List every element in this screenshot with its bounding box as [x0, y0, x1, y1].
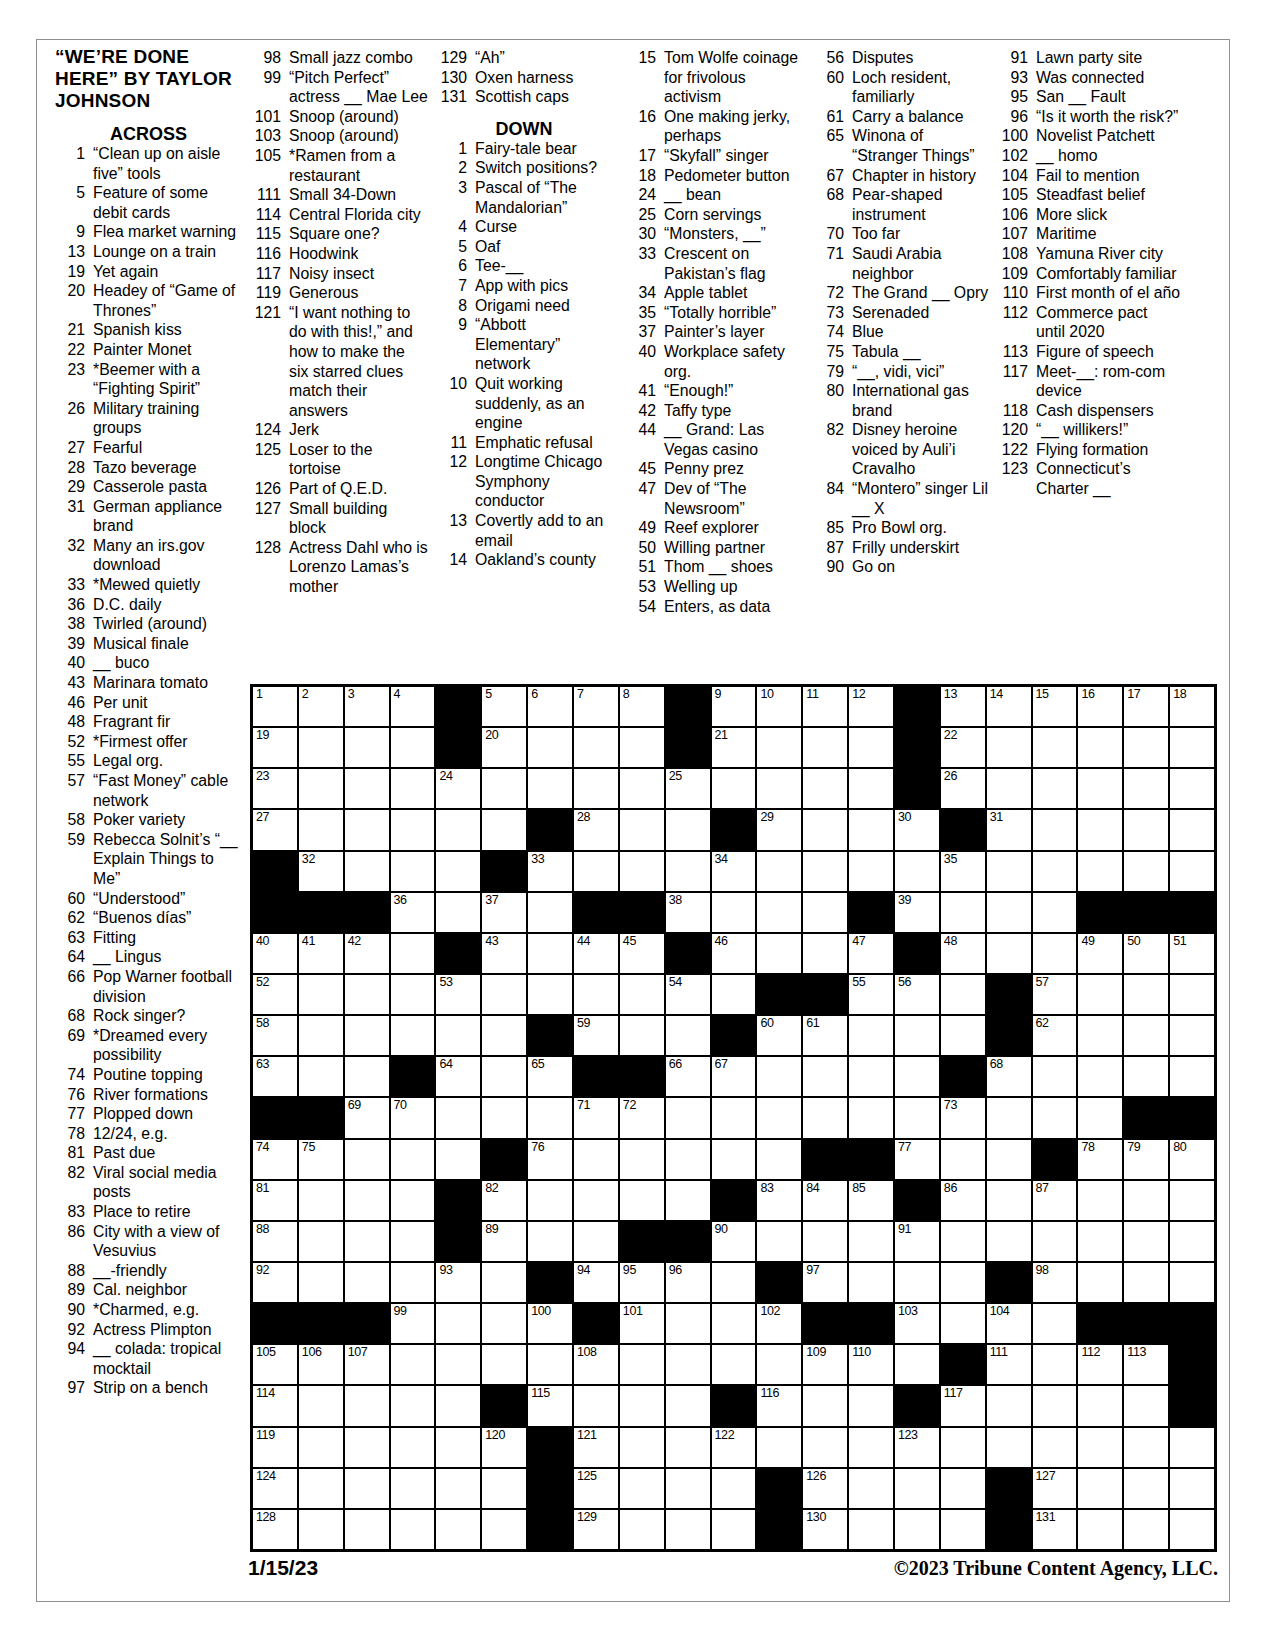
cell-r9-c19[interactable]	[1078, 1016, 1122, 1055]
cell-r14-c2[interactable]	[299, 1222, 343, 1261]
cell-r11-c4[interactable]: 70	[391, 1098, 435, 1137]
cell-r7-c12[interactable]	[757, 934, 801, 973]
cell-r12-c17[interactable]	[987, 1140, 1031, 1179]
cell-r5-c2[interactable]: 32	[299, 852, 343, 891]
cell-r17-c12[interactable]	[757, 1345, 801, 1384]
cell-r3-c4[interactable]	[391, 769, 435, 808]
cell-r9-c13[interactable]: 61	[803, 1016, 847, 1055]
cell-r20-c5[interactable]	[436, 1469, 480, 1508]
cell-r15-c6[interactable]	[482, 1263, 526, 1302]
cell-r10-c1[interactable]: 63	[253, 1057, 297, 1096]
cell-r8-c16[interactable]	[941, 975, 985, 1014]
cell-r12-c8[interactable]	[574, 1140, 618, 1179]
cell-r7-c3[interactable]: 42	[345, 934, 389, 973]
cell-r18-c4[interactable]	[391, 1386, 435, 1425]
cell-r17-c18[interactable]	[1033, 1345, 1077, 1384]
cell-r16-c18[interactable]	[1033, 1304, 1077, 1343]
cell-r20-c13[interactable]: 126	[803, 1469, 847, 1508]
cell-r19-c13[interactable]	[803, 1428, 847, 1467]
cell-r11-c6[interactable]	[482, 1098, 526, 1137]
cell-r9-c10[interactable]	[666, 1016, 710, 1055]
cell-r7-c14[interactable]: 47	[849, 934, 893, 973]
cell-r17-c7[interactable]	[528, 1345, 572, 1384]
cell-r18-c3[interactable]	[345, 1386, 389, 1425]
cell-r8-c18[interactable]: 57	[1033, 975, 1077, 1014]
cell-r9-c1[interactable]: 58	[253, 1016, 297, 1055]
cell-r3-c20[interactable]	[1124, 769, 1168, 808]
cell-r10-c7[interactable]: 65	[528, 1057, 572, 1096]
cell-r4-c2[interactable]	[299, 810, 343, 849]
cell-r6-c15[interactable]: 39	[895, 893, 939, 932]
cell-r20-c8[interactable]: 125	[574, 1469, 618, 1508]
cell-r5-c19[interactable]	[1078, 852, 1122, 891]
cell-r10-c19[interactable]	[1078, 1057, 1122, 1096]
cell-r4-c21[interactable]	[1170, 810, 1214, 849]
cell-r2-c19[interactable]	[1078, 728, 1122, 767]
cell-r5-c10[interactable]	[666, 852, 710, 891]
cell-r3-c17[interactable]	[987, 769, 1031, 808]
cell-r20-c3[interactable]	[345, 1469, 389, 1508]
cell-r19-c12[interactable]	[757, 1428, 801, 1467]
cell-r5-c11[interactable]: 34	[712, 852, 756, 891]
cell-r21-c11[interactable]	[712, 1510, 756, 1549]
cell-r1-c4[interactable]: 4	[391, 687, 435, 726]
cell-r7-c4[interactable]	[391, 934, 435, 973]
cell-r7-c7[interactable]	[528, 934, 572, 973]
cell-r18-c10[interactable]	[666, 1386, 710, 1425]
cell-r4-c10[interactable]	[666, 810, 710, 849]
cell-r2-c3[interactable]	[345, 728, 389, 767]
cell-r6-c16[interactable]	[941, 893, 985, 932]
cell-r8-c20[interactable]	[1124, 975, 1168, 1014]
cell-r13-c3[interactable]	[345, 1181, 389, 1220]
cell-r5-c4[interactable]	[391, 852, 435, 891]
cell-r1-c20[interactable]: 17	[1124, 687, 1168, 726]
cell-r15-c10[interactable]: 96	[666, 1263, 710, 1302]
cell-r2-c8[interactable]	[574, 728, 618, 767]
cell-r7-c13[interactable]	[803, 934, 847, 973]
cell-r7-c16[interactable]: 48	[941, 934, 985, 973]
cell-r1-c7[interactable]: 6	[528, 687, 572, 726]
cell-r2-c12[interactable]	[757, 728, 801, 767]
cell-r9-c4[interactable]	[391, 1016, 435, 1055]
cell-r8-c3[interactable]	[345, 975, 389, 1014]
cell-r19-c5[interactable]	[436, 1428, 480, 1467]
cell-r11-c11[interactable]	[712, 1098, 756, 1137]
cell-r18-c7[interactable]: 115	[528, 1386, 572, 1425]
cell-r2-c6[interactable]: 20	[482, 728, 526, 767]
cell-r11-c12[interactable]	[757, 1098, 801, 1137]
cell-r21-c18[interactable]: 131	[1033, 1510, 1077, 1549]
cell-r1-c9[interactable]: 8	[620, 687, 664, 726]
cell-r6-c10[interactable]: 38	[666, 893, 710, 932]
cell-r4-c18[interactable]	[1033, 810, 1077, 849]
cell-r7-c19[interactable]: 49	[1078, 934, 1122, 973]
cell-r17-c9[interactable]	[620, 1345, 664, 1384]
cell-r12-c19[interactable]: 78	[1078, 1140, 1122, 1179]
cell-r3-c3[interactable]	[345, 769, 389, 808]
cell-r6-c13[interactable]	[803, 893, 847, 932]
cell-r19-c19[interactable]	[1078, 1428, 1122, 1467]
cell-r17-c6[interactable]	[482, 1345, 526, 1384]
cell-r12-c15[interactable]: 77	[895, 1140, 939, 1179]
cell-r2-c4[interactable]	[391, 728, 435, 767]
cell-r11-c3[interactable]: 69	[345, 1098, 389, 1137]
cell-r3-c10[interactable]: 25	[666, 769, 710, 808]
cell-r6-c12[interactable]	[757, 893, 801, 932]
cell-r12-c21[interactable]: 80	[1170, 1140, 1214, 1179]
cell-r15-c9[interactable]: 95	[620, 1263, 664, 1302]
cell-r12-c16[interactable]	[941, 1140, 985, 1179]
cell-r11-c18[interactable]	[1033, 1098, 1077, 1137]
cell-r12-c11[interactable]	[712, 1140, 756, 1179]
cell-r16-c15[interactable]: 103	[895, 1304, 939, 1343]
cell-r14-c1[interactable]: 88	[253, 1222, 297, 1261]
cell-r6-c18[interactable]	[1033, 893, 1077, 932]
cell-r6-c6[interactable]: 37	[482, 893, 526, 932]
cell-r21-c4[interactable]	[391, 1510, 435, 1549]
cell-r21-c6[interactable]	[482, 1510, 526, 1549]
cell-r17-c8[interactable]: 108	[574, 1345, 618, 1384]
cell-r8-c14[interactable]: 55	[849, 975, 893, 1014]
cell-r3-c18[interactable]	[1033, 769, 1077, 808]
cell-r5-c21[interactable]	[1170, 852, 1214, 891]
cell-r9-c14[interactable]	[849, 1016, 893, 1055]
cell-r1-c6[interactable]: 5	[482, 687, 526, 726]
cell-r17-c5[interactable]	[436, 1345, 480, 1384]
cell-r6-c11[interactable]	[712, 893, 756, 932]
cell-r4-c6[interactable]	[482, 810, 526, 849]
cell-r10-c6[interactable]	[482, 1057, 526, 1096]
cell-r5-c17[interactable]	[987, 852, 1031, 891]
cell-r8-c8[interactable]	[574, 975, 618, 1014]
cell-r3-c7[interactable]	[528, 769, 572, 808]
cell-r7-c17[interactable]	[987, 934, 1031, 973]
cell-r1-c19[interactable]: 16	[1078, 687, 1122, 726]
cell-r1-c13[interactable]: 11	[803, 687, 847, 726]
cell-r3-c11[interactable]	[712, 769, 756, 808]
cell-r16-c6[interactable]	[482, 1304, 526, 1343]
cell-r4-c9[interactable]	[620, 810, 664, 849]
cell-r5-c12[interactable]	[757, 852, 801, 891]
cell-r14-c7[interactable]	[528, 1222, 572, 1261]
cell-r9-c6[interactable]	[482, 1016, 526, 1055]
cell-r18-c1[interactable]: 114	[253, 1386, 297, 1425]
cell-r16-c9[interactable]: 101	[620, 1304, 664, 1343]
cell-r16-c11[interactable]	[712, 1304, 756, 1343]
cell-r1-c14[interactable]: 12	[849, 687, 893, 726]
cell-r16-c16[interactable]	[941, 1304, 985, 1343]
cell-r13-c14[interactable]: 85	[849, 1181, 893, 1220]
cell-r8-c1[interactable]: 52	[253, 975, 297, 1014]
cell-r7-c11[interactable]: 46	[712, 934, 756, 973]
cell-r8-c9[interactable]	[620, 975, 664, 1014]
cell-r18-c17[interactable]	[987, 1386, 1031, 1425]
cell-r1-c21[interactable]: 18	[1170, 687, 1214, 726]
cell-r11-c9[interactable]: 72	[620, 1098, 664, 1137]
cell-r9-c12[interactable]: 60	[757, 1016, 801, 1055]
cell-r19-c8[interactable]: 121	[574, 1428, 618, 1467]
cell-r17-c20[interactable]: 113	[1124, 1345, 1168, 1384]
cell-r4-c3[interactable]	[345, 810, 389, 849]
cell-r13-c19[interactable]	[1078, 1181, 1122, 1220]
cell-r8-c5[interactable]: 53	[436, 975, 480, 1014]
cell-r17-c14[interactable]: 110	[849, 1345, 893, 1384]
cell-r14-c18[interactable]	[1033, 1222, 1077, 1261]
cell-r12-c2[interactable]: 75	[299, 1140, 343, 1179]
cell-r5-c14[interactable]	[849, 852, 893, 891]
cell-r13-c9[interactable]	[620, 1181, 664, 1220]
cell-r13-c20[interactable]	[1124, 1181, 1168, 1220]
cell-r19-c2[interactable]	[299, 1428, 343, 1467]
cell-r1-c12[interactable]: 10	[757, 687, 801, 726]
cell-r14-c4[interactable]	[391, 1222, 435, 1261]
cell-r10-c5[interactable]: 64	[436, 1057, 480, 1096]
cell-r2-c7[interactable]	[528, 728, 572, 767]
cell-r20-c18[interactable]: 127	[1033, 1469, 1077, 1508]
cell-r18-c8[interactable]	[574, 1386, 618, 1425]
cell-r8-c4[interactable]	[391, 975, 435, 1014]
cell-r15-c3[interactable]	[345, 1263, 389, 1302]
cell-r19-c4[interactable]	[391, 1428, 435, 1467]
cell-r16-c17[interactable]: 104	[987, 1304, 1031, 1343]
cell-r18-c2[interactable]	[299, 1386, 343, 1425]
cell-r5-c9[interactable]	[620, 852, 664, 891]
cell-r2-c2[interactable]	[299, 728, 343, 767]
cell-r10-c17[interactable]: 68	[987, 1057, 1031, 1096]
cell-r6-c5[interactable]	[436, 893, 480, 932]
cell-r4-c4[interactable]	[391, 810, 435, 849]
cell-r15-c1[interactable]: 92	[253, 1263, 297, 1302]
cell-r21-c3[interactable]	[345, 1510, 389, 1549]
cell-r1-c17[interactable]: 14	[987, 687, 1031, 726]
cell-r19-c10[interactable]	[666, 1428, 710, 1467]
cell-r10-c12[interactable]	[757, 1057, 801, 1096]
cell-r7-c2[interactable]: 41	[299, 934, 343, 973]
cell-r4-c15[interactable]: 30	[895, 810, 939, 849]
cell-r4-c8[interactable]: 28	[574, 810, 618, 849]
cell-r7-c8[interactable]: 44	[574, 934, 618, 973]
cell-r1-c18[interactable]: 15	[1033, 687, 1077, 726]
cell-r4-c19[interactable]	[1078, 810, 1122, 849]
cell-r3-c19[interactable]	[1078, 769, 1122, 808]
cell-r2-c21[interactable]	[1170, 728, 1214, 767]
cell-r2-c20[interactable]	[1124, 728, 1168, 767]
cell-r3-c5[interactable]: 24	[436, 769, 480, 808]
cell-r20-c19[interactable]	[1078, 1469, 1122, 1508]
cell-r11-c17[interactable]	[987, 1098, 1031, 1137]
cell-r16-c10[interactable]	[666, 1304, 710, 1343]
cell-r16-c4[interactable]: 99	[391, 1304, 435, 1343]
cell-r19-c17[interactable]	[987, 1428, 1031, 1467]
cell-r2-c17[interactable]	[987, 728, 1031, 767]
cell-r20-c6[interactable]	[482, 1469, 526, 1508]
cell-r15-c4[interactable]	[391, 1263, 435, 1302]
cell-r21-c19[interactable]	[1078, 1510, 1122, 1549]
cell-r6-c17[interactable]	[987, 893, 1031, 932]
cell-r18-c9[interactable]	[620, 1386, 664, 1425]
cell-r21-c2[interactable]	[299, 1510, 343, 1549]
cell-r13-c1[interactable]: 81	[253, 1181, 297, 1220]
cell-r11-c14[interactable]	[849, 1098, 893, 1137]
cell-r13-c2[interactable]	[299, 1181, 343, 1220]
cell-r20-c4[interactable]	[391, 1469, 435, 1508]
cell-r20-c21[interactable]	[1170, 1469, 1214, 1508]
cell-r2-c18[interactable]	[1033, 728, 1077, 767]
cell-r3-c9[interactable]	[620, 769, 664, 808]
cell-r10-c20[interactable]	[1124, 1057, 1168, 1096]
cell-r19-c20[interactable]	[1124, 1428, 1168, 1467]
cell-r3-c8[interactable]	[574, 769, 618, 808]
cell-r5-c7[interactable]: 33	[528, 852, 572, 891]
cell-r7-c21[interactable]: 51	[1170, 934, 1214, 973]
cell-r18-c18[interactable]	[1033, 1386, 1077, 1425]
cell-r7-c1[interactable]: 40	[253, 934, 297, 973]
cell-r13-c13[interactable]: 84	[803, 1181, 847, 1220]
cell-r16-c7[interactable]: 100	[528, 1304, 572, 1343]
cell-r7-c20[interactable]: 50	[1124, 934, 1168, 973]
cell-r13-c17[interactable]	[987, 1181, 1031, 1220]
cell-r21-c20[interactable]	[1124, 1510, 1168, 1549]
cell-r16-c12[interactable]: 102	[757, 1304, 801, 1343]
cell-r11-c8[interactable]: 71	[574, 1098, 618, 1137]
cell-r11-c15[interactable]	[895, 1098, 939, 1137]
cell-r9-c2[interactable]	[299, 1016, 343, 1055]
cell-r2-c11[interactable]: 21	[712, 728, 756, 767]
cell-r20-c14[interactable]	[849, 1469, 893, 1508]
cell-r13-c12[interactable]: 83	[757, 1181, 801, 1220]
cell-r2-c14[interactable]	[849, 728, 893, 767]
cell-r18-c5[interactable]	[436, 1386, 480, 1425]
cell-r5-c3[interactable]	[345, 852, 389, 891]
cell-r19-c16[interactable]	[941, 1428, 985, 1467]
cell-r3-c14[interactable]	[849, 769, 893, 808]
cell-r15-c14[interactable]	[849, 1263, 893, 1302]
cell-r1-c16[interactable]: 13	[941, 687, 985, 726]
cell-r13-c16[interactable]: 86	[941, 1181, 985, 1220]
cell-r2-c16[interactable]: 22	[941, 728, 985, 767]
cell-r19-c6[interactable]: 120	[482, 1428, 526, 1467]
cell-r21-c21[interactable]	[1170, 1510, 1214, 1549]
cell-r17-c11[interactable]	[712, 1345, 756, 1384]
cell-r1-c8[interactable]: 7	[574, 687, 618, 726]
cell-r13-c10[interactable]	[666, 1181, 710, 1220]
cell-r20-c2[interactable]	[299, 1469, 343, 1508]
cell-r21-c15[interactable]	[895, 1510, 939, 1549]
cell-r11-c5[interactable]	[436, 1098, 480, 1137]
cell-r14-c11[interactable]: 90	[712, 1222, 756, 1261]
cell-r14-c19[interactable]	[1078, 1222, 1122, 1261]
cell-r11-c16[interactable]: 73	[941, 1098, 985, 1137]
cell-r1-c1[interactable]: 1	[253, 687, 297, 726]
cell-r8-c11[interactable]	[712, 975, 756, 1014]
cell-r13-c18[interactable]: 87	[1033, 1181, 1077, 1220]
cell-r10-c3[interactable]	[345, 1057, 389, 1096]
cell-r17-c2[interactable]: 106	[299, 1345, 343, 1384]
cell-r10-c13[interactable]	[803, 1057, 847, 1096]
cell-r6-c4[interactable]: 36	[391, 893, 435, 932]
cell-r9-c16[interactable]	[941, 1016, 985, 1055]
cell-r15-c18[interactable]: 98	[1033, 1263, 1077, 1302]
cell-r20-c10[interactable]	[666, 1469, 710, 1508]
cell-r5-c5[interactable]	[436, 852, 480, 891]
cell-r9-c20[interactable]	[1124, 1016, 1168, 1055]
cell-r19-c1[interactable]: 119	[253, 1428, 297, 1467]
cell-r3-c12[interactable]	[757, 769, 801, 808]
cell-r14-c8[interactable]	[574, 1222, 618, 1261]
cell-r17-c13[interactable]: 109	[803, 1345, 847, 1384]
cell-r9-c15[interactable]	[895, 1016, 939, 1055]
cell-r8-c10[interactable]: 54	[666, 975, 710, 1014]
cell-r7-c6[interactable]: 43	[482, 934, 526, 973]
cell-r17-c17[interactable]: 111	[987, 1345, 1031, 1384]
cell-r7-c9[interactable]: 45	[620, 934, 664, 973]
cell-r7-c18[interactable]	[1033, 934, 1077, 973]
cell-r20-c9[interactable]	[620, 1469, 664, 1508]
cell-r17-c10[interactable]	[666, 1345, 710, 1384]
cell-r13-c8[interactable]	[574, 1181, 618, 1220]
cell-r13-c21[interactable]	[1170, 1181, 1214, 1220]
cell-r15-c20[interactable]	[1124, 1263, 1168, 1302]
cell-r15-c19[interactable]	[1078, 1263, 1122, 1302]
cell-r10-c10[interactable]: 66	[666, 1057, 710, 1096]
cell-r5-c8[interactable]	[574, 852, 618, 891]
cell-r17-c3[interactable]: 107	[345, 1345, 389, 1384]
cell-r6-c7[interactable]	[528, 893, 572, 932]
cell-r11-c13[interactable]	[803, 1098, 847, 1137]
cell-r5-c18[interactable]	[1033, 852, 1077, 891]
cell-r21-c8[interactable]: 129	[574, 1510, 618, 1549]
cell-r18-c14[interactable]	[849, 1386, 893, 1425]
cell-r21-c16[interactable]	[941, 1510, 985, 1549]
cell-r4-c17[interactable]: 31	[987, 810, 1031, 849]
cell-r11-c7[interactable]	[528, 1098, 572, 1137]
cell-r13-c7[interactable]	[528, 1181, 572, 1220]
cell-r8-c19[interactable]	[1078, 975, 1122, 1014]
cell-r1-c11[interactable]: 9	[712, 687, 756, 726]
cell-r10-c15[interactable]	[895, 1057, 939, 1096]
cell-r9-c18[interactable]: 62	[1033, 1016, 1077, 1055]
cell-r14-c13[interactable]	[803, 1222, 847, 1261]
cell-r11-c19[interactable]	[1078, 1098, 1122, 1137]
cell-r9-c5[interactable]	[436, 1016, 480, 1055]
cell-r9-c8[interactable]: 59	[574, 1016, 618, 1055]
cell-r14-c14[interactable]	[849, 1222, 893, 1261]
cell-r5-c15[interactable]	[895, 852, 939, 891]
cell-r5-c16[interactable]: 35	[941, 852, 985, 891]
cell-r3-c13[interactable]	[803, 769, 847, 808]
cell-r3-c21[interactable]	[1170, 769, 1214, 808]
cell-r14-c3[interactable]	[345, 1222, 389, 1261]
cell-r14-c16[interactable]	[941, 1222, 985, 1261]
cell-r13-c6[interactable]: 82	[482, 1181, 526, 1220]
cell-r12-c12[interactable]	[757, 1140, 801, 1179]
cell-r17-c1[interactable]: 105	[253, 1345, 297, 1384]
cell-r16-c5[interactable]	[436, 1304, 480, 1343]
cell-r20-c15[interactable]	[895, 1469, 939, 1508]
cell-r18-c16[interactable]: 117	[941, 1386, 985, 1425]
cell-r15-c5[interactable]: 93	[436, 1263, 480, 1302]
cell-r2-c13[interactable]	[803, 728, 847, 767]
cell-r3-c16[interactable]: 26	[941, 769, 985, 808]
cell-r20-c1[interactable]: 124	[253, 1469, 297, 1508]
cell-r18-c12[interactable]: 116	[757, 1386, 801, 1425]
cell-r17-c15[interactable]	[895, 1345, 939, 1384]
cell-r4-c12[interactable]: 29	[757, 810, 801, 849]
cell-r18-c13[interactable]	[803, 1386, 847, 1425]
cell-r19-c9[interactable]	[620, 1428, 664, 1467]
cell-r8-c6[interactable]	[482, 975, 526, 1014]
